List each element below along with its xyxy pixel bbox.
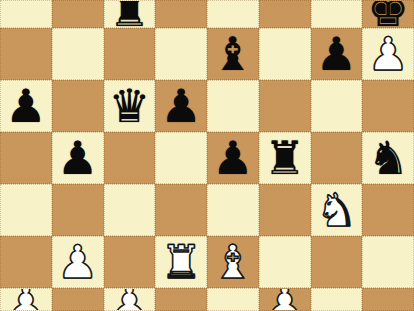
- square-f6[interactable]: [259, 80, 311, 132]
- square-f4[interactable]: [259, 184, 311, 236]
- square-h2[interactable]: [362, 288, 414, 311]
- chess-board: ♜♚♝♟♟♟♛♟♟♟♜♞♞♟♜♝♟♟♟: [0, 0, 414, 311]
- square-h3[interactable]: [362, 236, 414, 288]
- square-c4[interactable]: [104, 184, 156, 236]
- square-g7[interactable]: ♟: [311, 28, 363, 80]
- white-pawn-b3[interactable]: ♟: [57, 239, 98, 285]
- square-a8[interactable]: [0, 0, 52, 28]
- square-e6[interactable]: [207, 80, 259, 132]
- square-c7[interactable]: [104, 28, 156, 80]
- square-c3[interactable]: [104, 236, 156, 288]
- square-b5[interactable]: ♟: [52, 132, 104, 184]
- square-a7[interactable]: [0, 28, 52, 80]
- square-h4[interactable]: [362, 184, 414, 236]
- square-g2[interactable]: [311, 288, 363, 311]
- white-pawn-f2[interactable]: ♟: [260, 288, 310, 311]
- square-g8[interactable]: [311, 0, 363, 28]
- square-a3[interactable]: [0, 236, 52, 288]
- black-pawn-d6[interactable]: ♟: [161, 83, 202, 129]
- square-d8[interactable]: [155, 0, 207, 28]
- square-e3[interactable]: ♝: [207, 236, 259, 288]
- square-a6[interactable]: ♟: [0, 80, 52, 132]
- square-d4[interactable]: [155, 184, 207, 236]
- white-pawn-c2[interactable]: ♟: [105, 288, 155, 311]
- square-h7[interactable]: ♟: [362, 28, 414, 80]
- square-c6[interactable]: ♛: [104, 80, 156, 132]
- white-pawn-h7[interactable]: ♟: [368, 31, 409, 77]
- square-h8[interactable]: ♚: [362, 0, 414, 28]
- square-c2[interactable]: ♟: [104, 288, 156, 311]
- white-bishop-e3[interactable]: ♝: [212, 239, 253, 285]
- square-c5[interactable]: [104, 132, 156, 184]
- black-pawn-g7[interactable]: ♟: [316, 31, 357, 77]
- square-b3[interactable]: ♟: [52, 236, 104, 288]
- square-f2[interactable]: ♟: [259, 288, 311, 311]
- square-h6[interactable]: [362, 80, 414, 132]
- square-g5[interactable]: [311, 132, 363, 184]
- square-f7[interactable]: [259, 28, 311, 80]
- square-e2[interactable]: [207, 288, 259, 311]
- square-b2[interactable]: [52, 288, 104, 311]
- black-knight-h5[interactable]: ♞: [368, 135, 409, 181]
- square-d2[interactable]: [155, 288, 207, 311]
- square-g4[interactable]: ♞: [311, 184, 363, 236]
- white-rook-d3[interactable]: ♜: [161, 239, 202, 285]
- black-queen-c6[interactable]: ♛: [109, 83, 150, 129]
- square-b6[interactable]: [52, 80, 104, 132]
- square-d6[interactable]: ♟: [155, 80, 207, 132]
- square-g6[interactable]: [311, 80, 363, 132]
- white-knight-g4[interactable]: ♞: [316, 187, 357, 233]
- square-d3[interactable]: ♜: [155, 236, 207, 288]
- square-a5[interactable]: [0, 132, 52, 184]
- square-d5[interactable]: [155, 132, 207, 184]
- square-f8[interactable]: [259, 0, 311, 28]
- square-b4[interactable]: [52, 184, 104, 236]
- square-f3[interactable]: [259, 236, 311, 288]
- black-pawn-b5[interactable]: ♟: [57, 135, 98, 181]
- square-f5[interactable]: ♜: [259, 132, 311, 184]
- black-rook-f5[interactable]: ♜: [264, 135, 305, 181]
- black-pawn-e5[interactable]: ♟: [212, 135, 253, 181]
- square-e8[interactable]: [207, 0, 259, 28]
- square-h5[interactable]: ♞: [362, 132, 414, 184]
- square-e4[interactable]: [207, 184, 259, 236]
- square-e7[interactable]: ♝: [207, 28, 259, 80]
- square-b7[interactable]: [52, 28, 104, 80]
- square-g3[interactable]: [311, 236, 363, 288]
- square-a4[interactable]: [0, 184, 52, 236]
- black-pawn-a6[interactable]: ♟: [5, 83, 46, 129]
- square-e5[interactable]: ♟: [207, 132, 259, 184]
- black-bishop-e7[interactable]: ♝: [212, 31, 253, 77]
- white-pawn-a2[interactable]: ♟: [1, 288, 51, 311]
- square-c8[interactable]: ♜: [104, 0, 156, 28]
- black-king-h8[interactable]: ♚: [363, 0, 413, 28]
- square-d7[interactable]: [155, 28, 207, 80]
- square-a2[interactable]: ♟: [0, 288, 52, 311]
- black-rook-c8[interactable]: ♜: [105, 0, 155, 28]
- square-b8[interactable]: [52, 0, 104, 28]
